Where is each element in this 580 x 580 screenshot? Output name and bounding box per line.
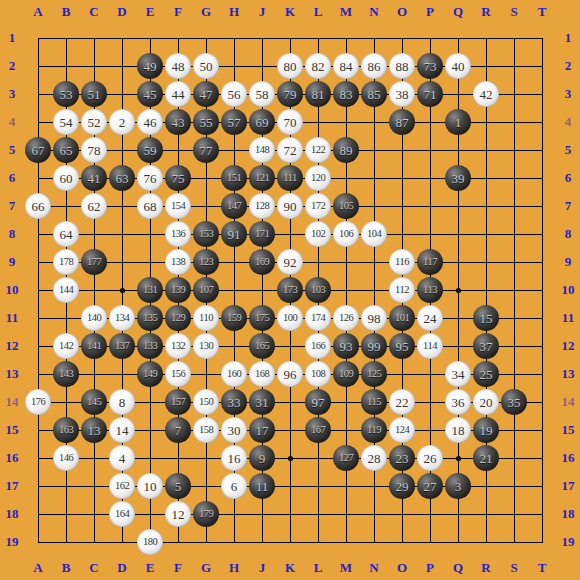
board-point-s16[interactable] (500, 444, 528, 472)
board-point-e17[interactable]: 10 (136, 472, 164, 500)
board-point-e19[interactable]: 180 (136, 528, 164, 556)
board-point-m17[interactable] (332, 472, 360, 500)
board-point-d10[interactable] (108, 276, 136, 304)
board-point-m8[interactable]: 106 (332, 220, 360, 248)
board-point-h9[interactable] (220, 248, 248, 276)
stone-black-141[interactable]: 141 (81, 333, 107, 359)
stone-black-115[interactable]: 115 (361, 389, 387, 415)
board-point-c17[interactable] (80, 472, 108, 500)
board-point-f19[interactable] (164, 528, 192, 556)
board-point-j8[interactable]: 171 (248, 220, 276, 248)
board-point-k19[interactable] (276, 528, 304, 556)
board-point-t4[interactable] (528, 108, 556, 136)
board-point-p5[interactable] (416, 136, 444, 164)
board-point-q18[interactable] (444, 500, 472, 528)
board-point-l1[interactable] (304, 24, 332, 52)
board-point-m10[interactable] (332, 276, 360, 304)
stone-black-7[interactable]: 7 (165, 417, 191, 443)
stone-white-58[interactable]: 58 (249, 81, 275, 107)
board-point-o9[interactable]: 116 (388, 248, 416, 276)
board-point-p19[interactable] (416, 528, 444, 556)
stone-black-29[interactable]: 29 (389, 473, 415, 499)
board-point-n18[interactable] (360, 500, 388, 528)
stone-black-123[interactable]: 123 (193, 249, 219, 275)
stone-black-125[interactable]: 125 (361, 361, 387, 387)
stone-white-48[interactable]: 48 (165, 53, 191, 79)
board-point-g6[interactable] (192, 164, 220, 192)
stone-white-18[interactable]: 18 (445, 417, 471, 443)
board-point-p2[interactable]: 73 (416, 52, 444, 80)
board-point-h4[interactable]: 57 (220, 108, 248, 136)
board-point-f18[interactable]: 12 (164, 500, 192, 528)
stone-white-52[interactable]: 52 (81, 109, 107, 135)
board-point-r11[interactable]: 15 (472, 304, 500, 332)
board-point-a18[interactable] (24, 500, 52, 528)
board-point-b3[interactable]: 53 (52, 80, 80, 108)
board-point-o19[interactable] (388, 528, 416, 556)
stone-black-113[interactable]: 113 (417, 277, 443, 303)
board-point-b11[interactable] (52, 304, 80, 332)
board-point-b16[interactable]: 146 (52, 444, 80, 472)
stone-white-132[interactable]: 132 (165, 333, 191, 359)
board-point-h7[interactable]: 147 (220, 192, 248, 220)
board-point-k3[interactable]: 79 (276, 80, 304, 108)
board-point-h2[interactable] (220, 52, 248, 80)
board-point-q2[interactable]: 40 (444, 52, 472, 80)
stone-black-53[interactable]: 53 (53, 81, 79, 107)
stone-black-69[interactable]: 69 (249, 109, 275, 135)
stone-white-84[interactable]: 84 (333, 53, 359, 79)
board-point-f4[interactable]: 43 (164, 108, 192, 136)
board-point-s7[interactable] (500, 192, 528, 220)
stone-white-54[interactable]: 54 (53, 109, 79, 135)
board-point-g14[interactable]: 150 (192, 388, 220, 416)
board-point-l14[interactable]: 97 (304, 388, 332, 416)
stone-black-87[interactable]: 87 (389, 109, 415, 135)
board-point-l12[interactable]: 166 (304, 332, 332, 360)
stone-white-14[interactable]: 14 (109, 417, 135, 443)
stone-black-171[interactable]: 171 (249, 221, 275, 247)
board-point-b1[interactable] (52, 24, 80, 52)
board-point-r19[interactable] (472, 528, 500, 556)
board-point-f1[interactable] (164, 24, 192, 52)
board-point-r13[interactable]: 25 (472, 360, 500, 388)
board-point-a12[interactable] (24, 332, 52, 360)
board-point-a3[interactable] (24, 80, 52, 108)
stone-black-105[interactable]: 105 (333, 193, 359, 219)
board-point-n7[interactable] (360, 192, 388, 220)
board-point-k15[interactable] (276, 416, 304, 444)
stone-black-63[interactable]: 63 (109, 165, 135, 191)
stone-black-139[interactable]: 139 (165, 277, 191, 303)
board-point-t10[interactable] (528, 276, 556, 304)
board-point-e6[interactable]: 76 (136, 164, 164, 192)
board-point-s10[interactable] (500, 276, 528, 304)
stone-white-44[interactable]: 44 (165, 81, 191, 107)
board-point-s2[interactable] (500, 52, 528, 80)
board-point-l2[interactable]: 82 (304, 52, 332, 80)
stone-black-1[interactable]: 1 (445, 109, 471, 135)
stone-white-80[interactable]: 80 (277, 53, 303, 79)
board-point-m4[interactable] (332, 108, 360, 136)
board-point-j14[interactable]: 31 (248, 388, 276, 416)
stone-white-8[interactable]: 8 (109, 389, 135, 415)
board-point-g8[interactable]: 153 (192, 220, 220, 248)
stone-white-68[interactable]: 68 (137, 193, 163, 219)
board-point-s19[interactable] (500, 528, 528, 556)
stone-black-73[interactable]: 73 (417, 53, 443, 79)
stone-white-110[interactable]: 110 (193, 305, 219, 331)
board-point-k7[interactable]: 90 (276, 192, 304, 220)
board-point-r9[interactable] (472, 248, 500, 276)
stone-white-126[interactable]: 126 (333, 305, 359, 331)
board-point-f12[interactable]: 132 (164, 332, 192, 360)
stone-black-119[interactable]: 119 (361, 417, 387, 443)
stone-black-67[interactable]: 67 (25, 137, 51, 163)
stone-white-172[interactable]: 172 (305, 193, 331, 219)
board-point-h11[interactable]: 159 (220, 304, 248, 332)
stone-white-116[interactable]: 116 (389, 249, 415, 275)
board-point-n19[interactable] (360, 528, 388, 556)
stone-white-88[interactable]: 88 (389, 53, 415, 79)
board-point-d1[interactable] (108, 24, 136, 52)
board-point-j5[interactable]: 148 (248, 136, 276, 164)
board-point-o16[interactable]: 23 (388, 444, 416, 472)
board-point-l10[interactable]: 103 (304, 276, 332, 304)
board-point-f6[interactable]: 75 (164, 164, 192, 192)
stone-black-99[interactable]: 99 (361, 333, 387, 359)
board-point-a1[interactable] (24, 24, 52, 52)
stone-white-162[interactable]: 162 (109, 473, 135, 499)
board-point-p4[interactable] (416, 108, 444, 136)
board-point-f16[interactable] (164, 444, 192, 472)
board-point-h10[interactable] (220, 276, 248, 304)
board-point-l4[interactable] (304, 108, 332, 136)
stone-white-108[interactable]: 108 (305, 361, 331, 387)
stone-black-23[interactable]: 23 (389, 445, 415, 471)
board-point-j17[interactable]: 11 (248, 472, 276, 500)
board-point-g1[interactable] (192, 24, 220, 52)
board-point-o1[interactable] (388, 24, 416, 52)
stone-black-107[interactable]: 107 (193, 277, 219, 303)
stone-black-109[interactable]: 109 (333, 361, 359, 387)
board-point-b7[interactable] (52, 192, 80, 220)
stone-white-76[interactable]: 76 (137, 165, 163, 191)
stone-white-26[interactable]: 26 (417, 445, 443, 471)
stone-black-145[interactable]: 145 (81, 389, 107, 415)
board-point-h17[interactable]: 6 (220, 472, 248, 500)
stone-white-10[interactable]: 10 (137, 473, 163, 499)
board-point-c7[interactable]: 62 (80, 192, 108, 220)
board-point-t9[interactable] (528, 248, 556, 276)
board-point-a10[interactable] (24, 276, 52, 304)
board-point-h14[interactable]: 33 (220, 388, 248, 416)
board-point-l19[interactable] (304, 528, 332, 556)
board-point-a8[interactable] (24, 220, 52, 248)
board-point-g17[interactable] (192, 472, 220, 500)
board-point-m11[interactable]: 126 (332, 304, 360, 332)
board-point-r5[interactable] (472, 136, 500, 164)
board-point-e8[interactable] (136, 220, 164, 248)
stone-white-154[interactable]: 154 (165, 193, 191, 219)
stone-black-169[interactable]: 169 (249, 249, 275, 275)
stone-black-45[interactable]: 45 (137, 81, 163, 107)
board-point-r15[interactable]: 19 (472, 416, 500, 444)
board-point-e5[interactable]: 59 (136, 136, 164, 164)
stone-white-6[interactable]: 6 (221, 473, 247, 499)
board-point-a17[interactable] (24, 472, 52, 500)
stone-white-16[interactable]: 16 (221, 445, 247, 471)
board-point-q11[interactable] (444, 304, 472, 332)
board-point-a7[interactable]: 66 (24, 192, 52, 220)
board-point-j11[interactable]: 175 (248, 304, 276, 332)
board-point-r16[interactable]: 21 (472, 444, 500, 472)
stone-white-100[interactable]: 100 (277, 305, 303, 331)
stone-white-72[interactable]: 72 (277, 137, 303, 163)
board-point-h5[interactable] (220, 136, 248, 164)
stone-black-33[interactable]: 33 (221, 389, 247, 415)
board-point-j1[interactable] (248, 24, 276, 52)
stone-white-82[interactable]: 82 (305, 53, 331, 79)
stone-black-133[interactable]: 133 (137, 333, 163, 359)
board-point-n6[interactable] (360, 164, 388, 192)
stone-black-157[interactable]: 157 (165, 389, 191, 415)
board-point-j9[interactable]: 169 (248, 248, 276, 276)
board-point-f13[interactable]: 156 (164, 360, 192, 388)
board-point-b10[interactable]: 144 (52, 276, 80, 304)
board-point-s14[interactable]: 35 (500, 388, 528, 416)
board-point-f7[interactable]: 154 (164, 192, 192, 220)
board-point-m1[interactable] (332, 24, 360, 52)
stone-black-165[interactable]: 165 (249, 333, 275, 359)
stone-white-144[interactable]: 144 (53, 277, 79, 303)
stone-black-19[interactable]: 19 (473, 417, 499, 443)
board-point-p12[interactable]: 114 (416, 332, 444, 360)
stone-black-79[interactable]: 79 (277, 81, 303, 107)
board-point-q6[interactable]: 39 (444, 164, 472, 192)
board-point-j15[interactable]: 17 (248, 416, 276, 444)
board-point-c3[interactable]: 51 (80, 80, 108, 108)
board-point-a19[interactable] (24, 528, 52, 556)
board-point-r10[interactable] (472, 276, 500, 304)
stone-white-164[interactable]: 164 (109, 501, 135, 527)
board-point-n14[interactable]: 115 (360, 388, 388, 416)
stone-black-117[interactable]: 117 (417, 249, 443, 275)
board-point-k10[interactable]: 173 (276, 276, 304, 304)
board-point-l18[interactable] (304, 500, 332, 528)
board-point-a5[interactable]: 67 (24, 136, 52, 164)
board-point-d8[interactable] (108, 220, 136, 248)
stone-black-31[interactable]: 31 (249, 389, 275, 415)
board-point-l11[interactable]: 174 (304, 304, 332, 332)
board-point-s17[interactable] (500, 472, 528, 500)
board-point-m15[interactable] (332, 416, 360, 444)
board-point-d17[interactable]: 162 (108, 472, 136, 500)
stone-black-3[interactable]: 3 (445, 473, 471, 499)
board-point-l9[interactable] (304, 248, 332, 276)
board-point-l17[interactable] (304, 472, 332, 500)
board-point-p9[interactable]: 117 (416, 248, 444, 276)
stone-black-57[interactable]: 57 (221, 109, 247, 135)
board-point-j18[interactable] (248, 500, 276, 528)
board-point-d13[interactable] (108, 360, 136, 388)
board-point-e2[interactable]: 49 (136, 52, 164, 80)
stone-black-93[interactable]: 93 (333, 333, 359, 359)
board-point-h16[interactable]: 16 (220, 444, 248, 472)
stone-black-37[interactable]: 37 (473, 333, 499, 359)
stone-black-11[interactable]: 11 (249, 473, 275, 499)
board-point-q5[interactable] (444, 136, 472, 164)
board-point-c9[interactable]: 177 (80, 248, 108, 276)
board-point-m19[interactable] (332, 528, 360, 556)
stone-white-128[interactable]: 128 (249, 193, 275, 219)
board-point-c16[interactable] (80, 444, 108, 472)
stone-black-101[interactable]: 101 (389, 305, 415, 331)
board-point-n4[interactable] (360, 108, 388, 136)
stone-black-97[interactable]: 97 (305, 389, 331, 415)
board-point-h15[interactable]: 30 (220, 416, 248, 444)
board-point-b18[interactable] (52, 500, 80, 528)
board-point-k8[interactable] (276, 220, 304, 248)
board-point-n13[interactable]: 125 (360, 360, 388, 388)
stone-white-92[interactable]: 92 (277, 249, 303, 275)
board-point-g11[interactable]: 110 (192, 304, 220, 332)
stone-white-34[interactable]: 34 (445, 361, 471, 387)
board-point-b15[interactable]: 163 (52, 416, 80, 444)
stone-white-122[interactable]: 122 (305, 137, 331, 163)
stone-white-90[interactable]: 90 (277, 193, 303, 219)
stone-black-9[interactable]: 9 (249, 445, 275, 471)
board-point-d15[interactable]: 14 (108, 416, 136, 444)
board-point-s6[interactable] (500, 164, 528, 192)
board-point-p8[interactable] (416, 220, 444, 248)
board-point-b19[interactable] (52, 528, 80, 556)
board-point-j19[interactable] (248, 528, 276, 556)
stone-white-174[interactable]: 174 (305, 305, 331, 331)
stone-white-180[interactable]: 180 (137, 529, 163, 555)
stone-white-60[interactable]: 60 (53, 165, 79, 191)
board-point-t5[interactable] (528, 136, 556, 164)
stone-black-177[interactable]: 177 (81, 249, 107, 275)
board-point-f15[interactable]: 7 (164, 416, 192, 444)
board-point-p11[interactable]: 24 (416, 304, 444, 332)
board-point-t11[interactable] (528, 304, 556, 332)
board-point-s1[interactable] (500, 24, 528, 52)
stone-white-24[interactable]: 24 (417, 305, 443, 331)
stone-white-140[interactable]: 140 (81, 305, 107, 331)
board-point-p17[interactable]: 27 (416, 472, 444, 500)
board-point-h8[interactable]: 91 (220, 220, 248, 248)
board-point-p15[interactable] (416, 416, 444, 444)
board-point-p10[interactable]: 113 (416, 276, 444, 304)
board-point-n5[interactable] (360, 136, 388, 164)
stone-white-156[interactable]: 156 (165, 361, 191, 387)
stone-black-17[interactable]: 17 (249, 417, 275, 443)
board-point-b2[interactable] (52, 52, 80, 80)
board-point-m2[interactable]: 84 (332, 52, 360, 80)
board-point-g19[interactable] (192, 528, 220, 556)
stone-black-27[interactable]: 27 (417, 473, 443, 499)
board-point-e14[interactable] (136, 388, 164, 416)
board-point-r1[interactable] (472, 24, 500, 52)
stone-black-43[interactable]: 43 (165, 109, 191, 135)
board-point-t7[interactable] (528, 192, 556, 220)
stone-black-47[interactable]: 47 (193, 81, 219, 107)
board-point-q14[interactable]: 36 (444, 388, 472, 416)
board-point-e11[interactable]: 135 (136, 304, 164, 332)
board-point-s15[interactable] (500, 416, 528, 444)
board-point-c1[interactable] (80, 24, 108, 52)
stone-black-163[interactable]: 163 (53, 417, 79, 443)
board-point-q1[interactable] (444, 24, 472, 52)
board-point-p3[interactable]: 71 (416, 80, 444, 108)
board-point-m9[interactable] (332, 248, 360, 276)
board-point-d6[interactable]: 63 (108, 164, 136, 192)
board-point-t2[interactable] (528, 52, 556, 80)
stone-black-135[interactable]: 135 (137, 305, 163, 331)
stone-white-30[interactable]: 30 (221, 417, 247, 443)
board-point-b14[interactable] (52, 388, 80, 416)
board-point-k11[interactable]: 100 (276, 304, 304, 332)
board-point-t13[interactable] (528, 360, 556, 388)
stone-white-2[interactable]: 2 (109, 109, 135, 135)
board-point-g15[interactable]: 158 (192, 416, 220, 444)
board-point-n17[interactable] (360, 472, 388, 500)
stone-white-38[interactable]: 38 (389, 81, 415, 107)
board-point-j10[interactable] (248, 276, 276, 304)
board-point-m12[interactable]: 93 (332, 332, 360, 360)
stone-white-106[interactable]: 106 (333, 221, 359, 247)
board-point-e18[interactable] (136, 500, 164, 528)
board-point-o11[interactable]: 101 (388, 304, 416, 332)
board-point-c4[interactable]: 52 (80, 108, 108, 136)
stone-white-124[interactable]: 124 (389, 417, 415, 443)
board-point-t14[interactable] (528, 388, 556, 416)
board-point-o12[interactable]: 95 (388, 332, 416, 360)
board-point-o17[interactable]: 29 (388, 472, 416, 500)
board-point-b9[interactable]: 178 (52, 248, 80, 276)
board-point-s9[interactable] (500, 248, 528, 276)
board-point-k17[interactable] (276, 472, 304, 500)
board-point-r2[interactable] (472, 52, 500, 80)
stone-white-150[interactable]: 150 (193, 389, 219, 415)
stone-white-160[interactable]: 160 (221, 361, 247, 387)
stone-white-62[interactable]: 62 (81, 193, 107, 219)
stone-black-91[interactable]: 91 (221, 221, 247, 247)
stone-white-166[interactable]: 166 (305, 333, 331, 359)
board-point-q13[interactable]: 34 (444, 360, 472, 388)
board-point-e7[interactable]: 68 (136, 192, 164, 220)
stone-black-129[interactable]: 129 (165, 305, 191, 331)
board-point-d16[interactable]: 4 (108, 444, 136, 472)
board-point-s3[interactable] (500, 80, 528, 108)
board-point-h19[interactable] (220, 528, 248, 556)
board-point-k2[interactable]: 80 (276, 52, 304, 80)
stone-black-103[interactable]: 103 (305, 277, 331, 303)
stone-white-130[interactable]: 130 (193, 333, 219, 359)
board-point-p18[interactable] (416, 500, 444, 528)
stone-black-159[interactable]: 159 (221, 305, 247, 331)
board-point-m13[interactable]: 109 (332, 360, 360, 388)
board-point-c2[interactable] (80, 52, 108, 80)
board-point-b12[interactable]: 142 (52, 332, 80, 360)
board-point-c8[interactable] (80, 220, 108, 248)
stone-white-42[interactable]: 42 (473, 81, 499, 107)
board-point-p1[interactable] (416, 24, 444, 52)
stone-black-39[interactable]: 39 (445, 165, 471, 191)
board-point-d14[interactable]: 8 (108, 388, 136, 416)
stone-black-75[interactable]: 75 (165, 165, 191, 191)
